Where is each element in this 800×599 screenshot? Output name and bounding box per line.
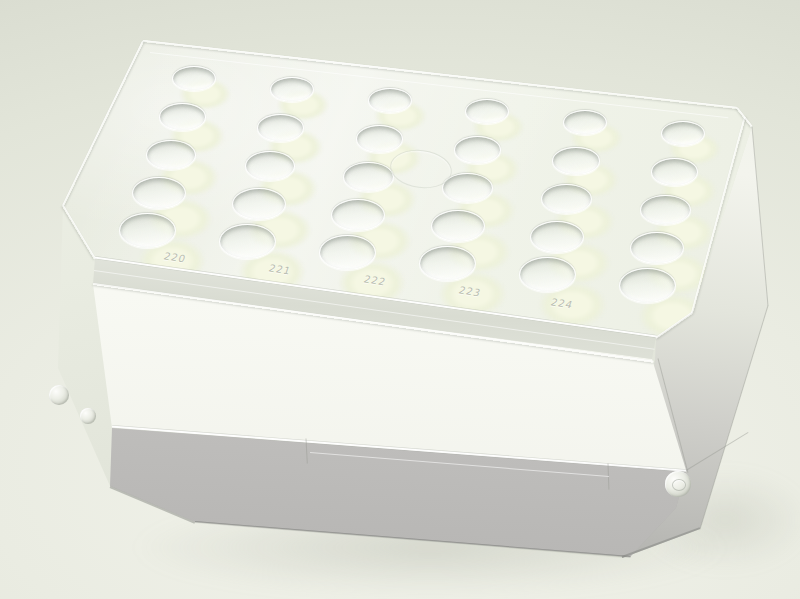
lid-well-hole: [541, 184, 592, 214]
lid-well-hole: [132, 177, 186, 209]
lid-well-hole: [146, 140, 197, 170]
lid-well-hole: [343, 162, 394, 192]
lid-well-hole: [530, 221, 584, 253]
lid-well-hole: [651, 158, 698, 185]
lid-well-hole: [640, 195, 691, 225]
hinge-knob-left-upper: [49, 385, 69, 405]
lid-well-hole: [630, 232, 684, 264]
lid-well-hole: [331, 199, 385, 231]
lid-well-hole: [257, 114, 304, 141]
lid-well-hole: [431, 210, 485, 242]
lid-well-hole: [368, 88, 412, 113]
lid-well-hole: [454, 136, 501, 163]
lid-well-hole: [245, 151, 296, 181]
lid-well-hole: [159, 103, 206, 130]
lid-well-hole: [552, 147, 599, 174]
product-photo: 220221222223224: [0, 0, 800, 599]
hinge-knob-left-lower: [80, 408, 96, 424]
hinge-knob-right-ring: [672, 479, 686, 491]
lid-well-hole: [356, 125, 403, 152]
lid-well-hole: [232, 188, 286, 220]
